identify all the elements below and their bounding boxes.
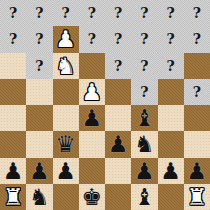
square-b1[interactable]: ♞ xyxy=(26,184,52,210)
square-d1[interactable]: ♚ xyxy=(79,184,105,210)
square-a7[interactable]: ? xyxy=(0,26,26,52)
fog-question-mark: ? xyxy=(114,26,122,52)
square-g3[interactable] xyxy=(158,131,184,157)
fog-question-mark: ? xyxy=(193,26,201,52)
square-g2[interactable]: ♟ xyxy=(158,158,184,184)
black-pawn[interactable]: ♟ xyxy=(82,105,103,131)
black-bishop[interactable]: ♝ xyxy=(134,105,155,131)
square-a2[interactable]: ♟ xyxy=(0,158,26,184)
square-a4[interactable] xyxy=(0,105,26,131)
fog-question-mark: ? xyxy=(114,53,122,79)
white-pawn[interactable]: ♟ xyxy=(55,26,76,52)
square-e3[interactable]: ♟ xyxy=(105,131,131,157)
fog-question-mark: ? xyxy=(35,0,43,26)
square-f5[interactable]: ? xyxy=(131,79,157,105)
black-pawn[interactable]: ♟ xyxy=(108,131,129,157)
square-h4[interactable] xyxy=(184,105,210,131)
square-e4[interactable] xyxy=(105,105,131,131)
square-b4[interactable] xyxy=(26,105,52,131)
square-b3[interactable] xyxy=(26,131,52,157)
square-c8[interactable]: ? xyxy=(53,0,79,26)
black-bishop[interactable]: ♝ xyxy=(134,184,155,210)
square-e6[interactable]: ? xyxy=(105,53,131,79)
square-d3[interactable] xyxy=(79,131,105,157)
square-c3[interactable]: ♛ xyxy=(53,131,79,157)
fog-question-mark: ? xyxy=(140,26,148,52)
square-a5[interactable] xyxy=(0,79,26,105)
square-b6[interactable]: ? xyxy=(26,53,52,79)
fog-question-mark: ? xyxy=(140,0,148,26)
square-g5[interactable] xyxy=(158,79,184,105)
square-f3[interactable]: ♞ xyxy=(131,131,157,157)
square-f8[interactable]: ? xyxy=(131,0,157,26)
square-c5[interactable] xyxy=(53,79,79,105)
square-b8[interactable]: ? xyxy=(26,0,52,26)
square-g8[interactable]: ? xyxy=(158,0,184,26)
square-g1[interactable] xyxy=(158,184,184,210)
white-pawn[interactable]: ♟ xyxy=(82,79,103,105)
square-b2[interactable]: ♟ xyxy=(26,158,52,184)
square-h5[interactable]: ? xyxy=(184,79,210,105)
fog-question-mark: ? xyxy=(140,53,148,79)
square-a8[interactable]: ? xyxy=(0,0,26,26)
square-h7[interactable]: ? xyxy=(184,26,210,52)
square-e5[interactable] xyxy=(105,79,131,105)
square-c7[interactable]: ♟ xyxy=(53,26,79,52)
fog-question-mark: ? xyxy=(88,26,96,52)
black-pawn[interactable]: ♟ xyxy=(187,158,208,184)
fog-question-mark: ? xyxy=(9,26,17,52)
square-g4[interactable] xyxy=(158,105,184,131)
fog-question-mark: ? xyxy=(35,26,43,52)
black-pawn[interactable]: ♟ xyxy=(134,158,155,184)
square-a1[interactable]: ♜ xyxy=(0,184,26,210)
square-h6[interactable] xyxy=(184,53,210,79)
square-b7[interactable]: ? xyxy=(26,26,52,52)
black-pawn[interactable]: ♟ xyxy=(160,158,181,184)
square-e7[interactable]: ? xyxy=(105,26,131,52)
black-pawn[interactable]: ♟ xyxy=(3,158,24,184)
square-e2[interactable] xyxy=(105,158,131,184)
white-rook[interactable]: ♜ xyxy=(3,184,24,210)
black-knight[interactable]: ♞ xyxy=(29,184,50,210)
square-f4[interactable]: ♝ xyxy=(131,105,157,131)
fog-question-mark: ? xyxy=(167,0,175,26)
square-h8[interactable]: ? xyxy=(184,0,210,26)
black-queen[interactable]: ♛ xyxy=(55,131,76,157)
square-a6[interactable] xyxy=(0,53,26,79)
fog-question-mark: ? xyxy=(167,53,175,79)
square-d2[interactable] xyxy=(79,158,105,184)
square-g6[interactable]: ? xyxy=(158,53,184,79)
square-h2[interactable]: ♟ xyxy=(184,158,210,184)
square-f6[interactable]: ? xyxy=(131,53,157,79)
chess-board: ??????????♟??????♞???♟??♟♝♛♟♞♟♟♟♟♟♟♜♞♚♝♜ xyxy=(0,0,210,210)
square-d8[interactable]: ? xyxy=(79,0,105,26)
square-c4[interactable] xyxy=(53,105,79,131)
square-g7[interactable]: ? xyxy=(158,26,184,52)
square-e1[interactable] xyxy=(105,184,131,210)
black-pawn[interactable]: ♟ xyxy=(55,158,76,184)
black-king[interactable]: ♚ xyxy=(82,184,103,210)
fog-question-mark: ? xyxy=(167,26,175,52)
black-knight[interactable]: ♞ xyxy=(134,131,155,157)
square-f1[interactable]: ♝ xyxy=(131,184,157,210)
square-c6[interactable]: ♞ xyxy=(53,53,79,79)
fog-question-mark: ? xyxy=(62,0,70,26)
fog-question-mark: ? xyxy=(88,0,96,26)
square-f7[interactable]: ? xyxy=(131,26,157,52)
square-a3[interactable] xyxy=(0,131,26,157)
square-d4[interactable]: ♟ xyxy=(79,105,105,131)
fog-question-mark: ? xyxy=(35,53,43,79)
fog-question-mark: ? xyxy=(193,0,201,26)
square-c2[interactable]: ♟ xyxy=(53,158,79,184)
fog-question-mark: ? xyxy=(114,0,122,26)
square-b5[interactable] xyxy=(26,79,52,105)
square-e8[interactable]: ? xyxy=(105,0,131,26)
square-h1[interactable]: ♜ xyxy=(184,184,210,210)
square-f2[interactable]: ♟ xyxy=(131,158,157,184)
square-h3[interactable] xyxy=(184,131,210,157)
square-d7[interactable]: ? xyxy=(79,26,105,52)
square-d5[interactable]: ♟ xyxy=(79,79,105,105)
fog-question-mark: ? xyxy=(193,79,201,105)
square-d6[interactable] xyxy=(79,53,105,79)
square-c1[interactable] xyxy=(53,184,79,210)
fog-question-mark: ? xyxy=(140,79,148,105)
fog-question-mark: ? xyxy=(9,0,17,26)
black-pawn[interactable]: ♟ xyxy=(29,158,50,184)
white-rook[interactable]: ♜ xyxy=(187,184,208,210)
white-knight[interactable]: ♞ xyxy=(55,53,76,79)
